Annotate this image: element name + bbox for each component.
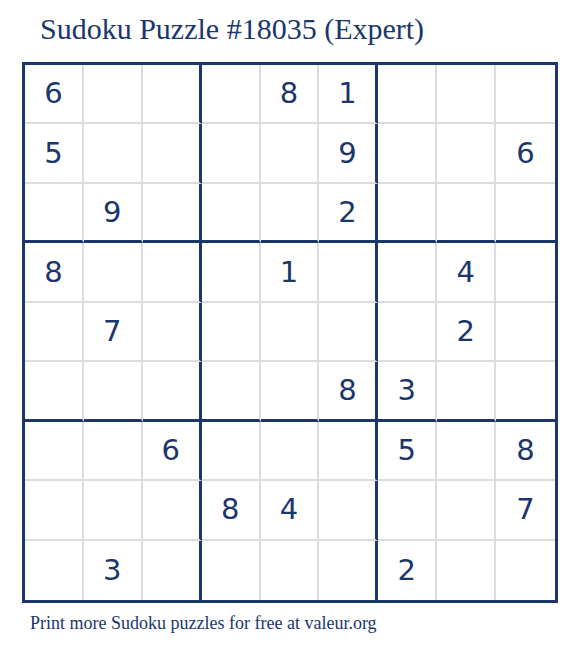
cell-r7c1 (25, 422, 84, 481)
cell-r2c7 (378, 124, 437, 183)
cell-r6c6: 8 (319, 362, 378, 421)
cell-r1c7 (378, 65, 437, 124)
cell-r8c5: 4 (261, 481, 320, 540)
cell-r9c5 (261, 541, 320, 600)
cell-r1c4 (202, 65, 261, 124)
cell-r8c8 (437, 481, 496, 540)
cell-r7c9: 8 (496, 422, 555, 481)
cell-r8c2 (84, 481, 143, 540)
cell-r5c9 (496, 303, 555, 362)
cell-r2c5 (261, 124, 320, 183)
cell-r4c9 (496, 243, 555, 302)
cell-r5c7 (378, 303, 437, 362)
cell-r9c3 (143, 541, 202, 600)
cell-r6c3 (143, 362, 202, 421)
cell-r3c5 (261, 184, 320, 243)
cell-r4c7 (378, 243, 437, 302)
cell-r6c4 (202, 362, 261, 421)
cell-r7c5 (261, 422, 320, 481)
cell-r3c9 (496, 184, 555, 243)
cell-r7c6 (319, 422, 378, 481)
cell-r4c3 (143, 243, 202, 302)
cell-r9c6 (319, 541, 378, 600)
cell-r7c8 (437, 422, 496, 481)
cell-r1c8 (437, 65, 496, 124)
cell-r5c6 (319, 303, 378, 362)
cell-r2c9: 6 (496, 124, 555, 183)
cell-r1c1: 6 (25, 65, 84, 124)
sudoku-page: Sudoku Puzzle #18035 (Expert) 6815969281… (0, 0, 580, 651)
cell-r7c7: 5 (378, 422, 437, 481)
cell-r6c8 (437, 362, 496, 421)
cell-r5c4 (202, 303, 261, 362)
cell-r8c1 (25, 481, 84, 540)
cell-r5c2: 7 (84, 303, 143, 362)
cell-r4c8: 4 (437, 243, 496, 302)
cell-r2c6: 9 (319, 124, 378, 183)
cell-r3c3 (143, 184, 202, 243)
cell-r1c2 (84, 65, 143, 124)
cell-r5c1 (25, 303, 84, 362)
cell-r9c8 (437, 541, 496, 600)
cell-r3c7 (378, 184, 437, 243)
cell-r2c8 (437, 124, 496, 183)
cell-r6c9 (496, 362, 555, 421)
cell-r4c4 (202, 243, 261, 302)
cell-r8c6 (319, 481, 378, 540)
cell-r8c9: 7 (496, 481, 555, 540)
cell-r7c2 (84, 422, 143, 481)
cell-r3c4 (202, 184, 261, 243)
cell-r8c3 (143, 481, 202, 540)
sudoku-board: 68159692814728365884732 (22, 62, 558, 603)
cell-r1c9 (496, 65, 555, 124)
cell-r2c2 (84, 124, 143, 183)
cell-r9c7: 2 (378, 541, 437, 600)
page-title: Sudoku Puzzle #18035 (Expert) (40, 12, 424, 46)
cell-r9c1 (25, 541, 84, 600)
cell-r9c9 (496, 541, 555, 600)
cell-r7c3: 6 (143, 422, 202, 481)
cell-r7c4 (202, 422, 261, 481)
cell-r2c1: 5 (25, 124, 84, 183)
cell-r1c6: 1 (319, 65, 378, 124)
cell-r6c1 (25, 362, 84, 421)
cell-r5c8: 2 (437, 303, 496, 362)
cell-r8c7 (378, 481, 437, 540)
cell-r2c4 (202, 124, 261, 183)
cell-r8c4: 8 (202, 481, 261, 540)
cell-r5c3 (143, 303, 202, 362)
cell-r1c5: 8 (261, 65, 320, 124)
cell-r9c4 (202, 541, 261, 600)
cell-r1c3 (143, 65, 202, 124)
cell-r4c5: 1 (261, 243, 320, 302)
cell-r4c1: 8 (25, 243, 84, 302)
cell-r5c5 (261, 303, 320, 362)
cell-r2c3 (143, 124, 202, 183)
cell-r6c5 (261, 362, 320, 421)
cell-r3c2: 9 (84, 184, 143, 243)
cell-r6c7: 3 (378, 362, 437, 421)
cell-r6c2 (84, 362, 143, 421)
cell-r4c2 (84, 243, 143, 302)
cell-r3c6: 2 (319, 184, 378, 243)
cell-r9c2: 3 (84, 541, 143, 600)
cell-r3c8 (437, 184, 496, 243)
cell-r4c6 (319, 243, 378, 302)
cell-r3c1 (25, 184, 84, 243)
footer-text: Print more Sudoku puzzles for free at va… (30, 613, 377, 634)
